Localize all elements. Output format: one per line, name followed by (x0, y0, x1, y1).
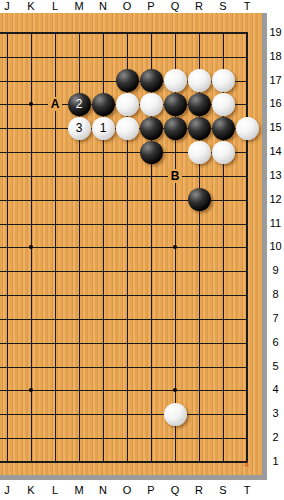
diagram-watermark: 4 (244, 459, 250, 469)
row-label-10: 10 (267, 240, 284, 252)
grid-line-h (0, 367, 248, 368)
row-label-7: 7 (267, 312, 284, 324)
grid-line-v (7, 32, 8, 463)
grid-line-h (0, 57, 248, 58)
star-point (29, 388, 33, 392)
row-label-17: 17 (267, 74, 284, 86)
star-point (173, 245, 177, 249)
grid-line-h (0, 176, 248, 177)
column-label-N: N (94, 0, 112, 13)
row-label-14: 14 (267, 145, 284, 157)
column-label-O: O (118, 0, 136, 13)
star-point (29, 245, 33, 249)
grid-line-h (0, 152, 248, 153)
stone-white-Q17 (164, 69, 187, 92)
row-label-5: 5 (267, 360, 284, 372)
stone-black-O17 (116, 69, 139, 92)
column-label-S: S (214, 0, 232, 13)
row-label-15: 15 (267, 121, 284, 133)
stone-number: 1 (100, 121, 107, 135)
stone-black-Q15 (164, 117, 187, 140)
column-label-T: T (238, 483, 256, 498)
row-label-4: 4 (267, 383, 284, 395)
move-label-B: B (168, 169, 182, 183)
grid-line-h (0, 390, 248, 391)
column-label-R: R (190, 483, 208, 498)
column-label-O: O (118, 483, 136, 498)
column-label-T: T (238, 0, 256, 13)
stone-white-M15: 3 (68, 117, 91, 140)
row-label-19: 19 (267, 26, 284, 38)
star-point (29, 102, 33, 106)
stone-black-N16 (92, 93, 115, 116)
column-label-Q: Q (166, 483, 184, 498)
stone-black-Q16 (164, 93, 187, 116)
row-label-13: 13 (267, 169, 284, 181)
row-label-11: 11 (267, 217, 284, 229)
stone-black-P17 (140, 69, 163, 92)
stone-black-R16 (188, 93, 211, 116)
row-label-1: 1 (267, 455, 284, 467)
column-label-M: M (70, 483, 88, 498)
row-label-2: 2 (267, 431, 284, 443)
column-label-R: R (190, 0, 208, 13)
column-label-J: J (0, 0, 16, 13)
stone-number: 2 (76, 97, 83, 111)
row-label-3: 3 (267, 407, 284, 419)
stone-number: 3 (76, 121, 83, 135)
grid-line-h (0, 271, 248, 272)
stone-black-P14 (140, 141, 163, 164)
row-label-18: 18 (267, 50, 284, 62)
stone-white-T15 (236, 117, 259, 140)
grid-line-h (0, 414, 248, 415)
stone-white-O16 (116, 93, 139, 116)
stone-white-S14 (212, 141, 235, 164)
stone-black-R15 (188, 117, 211, 140)
grid-line-h (0, 200, 248, 201)
row-label-12: 12 (267, 193, 284, 205)
grid-line-h (0, 319, 248, 320)
stone-white-P16 (140, 93, 163, 116)
column-label-L: L (46, 483, 64, 498)
stone-black-S15 (212, 117, 235, 140)
row-label-9: 9 (267, 264, 284, 276)
grid-line-h (0, 224, 248, 225)
stone-black-R12 (188, 188, 211, 211)
stone-white-S17 (212, 69, 235, 92)
stone-white-O15 (116, 117, 139, 140)
row-labels-right: 19181716151413121110987654321 (267, 0, 284, 500)
column-label-P: P (142, 0, 160, 13)
move-label-A: A (48, 97, 62, 111)
grid-line-h (0, 32, 248, 34)
grid-line-h (0, 343, 248, 344)
column-label-N: N (94, 483, 112, 498)
row-label-16: 16 (267, 97, 284, 109)
grid-line-h (0, 295, 248, 296)
row-label-8: 8 (267, 288, 284, 300)
stone-black-P15 (140, 117, 163, 140)
column-label-P: P (142, 483, 160, 498)
stone-white-S16 (212, 93, 235, 116)
go-board[interactable]: 4 AB231 (0, 13, 267, 480)
column-label-M: M (70, 0, 88, 13)
grid-line-h (0, 461, 248, 463)
column-label-Q: Q (166, 0, 184, 13)
column-labels-bottom: JKLMNOPQRST (0, 483, 284, 498)
column-label-J: J (0, 483, 16, 498)
column-labels-top: JKLMNOPQRST (0, 0, 284, 13)
star-point (173, 388, 177, 392)
grid-line-h (0, 438, 248, 439)
go-diagram: JKLMNOPQRST 4 AB231 19181716151413121110… (0, 0, 284, 500)
column-label-L: L (46, 0, 64, 13)
stone-white-Q3 (164, 403, 187, 426)
column-label-S: S (214, 483, 232, 498)
column-label-K: K (22, 0, 40, 13)
stone-black-M16: 2 (68, 93, 91, 116)
stone-white-R17 (188, 69, 211, 92)
stone-white-R14 (188, 141, 211, 164)
grid-line-v (246, 32, 248, 463)
column-label-K: K (22, 483, 40, 498)
grid-line-h (0, 247, 248, 248)
stone-white-N15: 1 (92, 117, 115, 140)
row-label-6: 6 (267, 336, 284, 348)
